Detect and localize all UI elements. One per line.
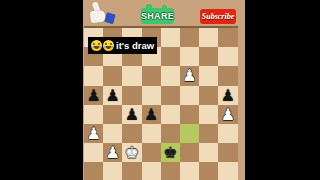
black-pawn: ♟ xyxy=(144,105,158,124)
board-square-h3[interactable] xyxy=(218,124,237,143)
board-square-e2[interactable]: ♚ xyxy=(161,143,180,162)
board-square-f5[interactable] xyxy=(180,86,199,105)
white-king: ♚ xyxy=(125,143,139,162)
board-square-a1[interactable] xyxy=(84,162,103,180)
black-king: ♚ xyxy=(163,143,177,162)
board-square-d2[interactable] xyxy=(142,143,161,162)
caption-overlay: it's draw xyxy=(88,37,157,54)
board-square-f1[interactable] xyxy=(180,162,199,180)
board-square-b4[interactable] xyxy=(103,105,122,124)
board-square-g3[interactable] xyxy=(199,124,218,143)
board-square-a3[interactable]: ♟ xyxy=(84,124,103,143)
subscribe-button[interactable]: Subscribe xyxy=(200,9,236,24)
white-pawn: ♟ xyxy=(106,143,120,162)
caption-text: it's draw xyxy=(116,40,154,51)
video-frame: SHARE Subscribe it's draw ♟♟♟♟♟♟♟♟♟♚♚ xyxy=(0,0,320,180)
board-square-g4[interactable] xyxy=(199,105,218,124)
black-pawn: ♟ xyxy=(86,86,100,105)
board-square-f4[interactable] xyxy=(180,105,199,124)
board-square-h1[interactable] xyxy=(218,162,237,180)
board-square-h6[interactable] xyxy=(218,66,237,85)
thumbs-up-sleeve xyxy=(104,12,115,24)
board-square-a5[interactable]: ♟ xyxy=(84,86,103,105)
crying-emoji xyxy=(91,40,102,51)
board-square-f2[interactable] xyxy=(180,143,199,162)
board-square-g1[interactable] xyxy=(199,162,218,180)
white-pawn: ♟ xyxy=(221,105,235,124)
board-square-g2[interactable] xyxy=(199,143,218,162)
crying-emoji xyxy=(103,40,114,51)
board-square-g6[interactable] xyxy=(199,66,218,85)
board-square-b3[interactable] xyxy=(103,124,122,143)
board-square-c6[interactable] xyxy=(122,66,141,85)
board-square-g5[interactable] xyxy=(199,86,218,105)
board-square-h7[interactable] xyxy=(218,47,237,66)
board-square-f6[interactable]: ♟ xyxy=(180,66,199,85)
board-square-b1[interactable] xyxy=(103,162,122,180)
black-pawn: ♟ xyxy=(106,86,120,105)
board-square-d6[interactable] xyxy=(142,66,161,85)
board-square-d5[interactable] xyxy=(142,86,161,105)
board-square-c2[interactable]: ♚ xyxy=(122,143,141,162)
board-square-e8[interactable] xyxy=(161,28,180,47)
board-square-d1[interactable] xyxy=(142,162,161,180)
board-square-c4[interactable]: ♟ xyxy=(122,105,141,124)
board-square-c3[interactable] xyxy=(122,124,141,143)
board-square-g8[interactable] xyxy=(199,28,218,47)
board-square-h2[interactable] xyxy=(218,143,237,162)
black-pawn: ♟ xyxy=(221,86,235,105)
board-square-c1[interactable] xyxy=(122,162,141,180)
board-square-c5[interactable] xyxy=(122,86,141,105)
board-square-h4[interactable]: ♟ xyxy=(218,105,237,124)
black-pawn: ♟ xyxy=(125,105,139,124)
board-square-f3[interactable] xyxy=(180,124,199,143)
caption-emojis xyxy=(91,40,115,51)
board-square-d4[interactable]: ♟ xyxy=(142,105,161,124)
board-square-f7[interactable] xyxy=(180,47,199,66)
board-square-e1[interactable] xyxy=(161,162,180,180)
board-square-e5[interactable] xyxy=(161,86,180,105)
share-button[interactable]: SHARE xyxy=(141,8,174,24)
board-square-g7[interactable] xyxy=(199,47,218,66)
board-square-b5[interactable]: ♟ xyxy=(103,86,122,105)
board-square-h8[interactable] xyxy=(218,28,237,47)
board-square-a2[interactable] xyxy=(84,143,103,162)
white-pawn: ♟ xyxy=(182,66,196,85)
board-square-a6[interactable] xyxy=(84,66,103,85)
board-square-h5[interactable]: ♟ xyxy=(218,86,237,105)
board-square-d3[interactable] xyxy=(142,124,161,143)
board-square-e6[interactable] xyxy=(161,66,180,85)
thumbs-up-icon[interactable] xyxy=(88,1,117,28)
board-square-e4[interactable] xyxy=(161,105,180,124)
video-content-area: SHARE Subscribe it's draw ♟♟♟♟♟♟♟♟♟♚♚ xyxy=(83,0,245,180)
board-square-a4[interactable] xyxy=(84,105,103,124)
board-square-b6[interactable] xyxy=(103,66,122,85)
board-square-e7[interactable] xyxy=(161,47,180,66)
white-pawn: ♟ xyxy=(86,124,100,143)
board-square-b2[interactable]: ♟ xyxy=(103,143,122,162)
board-square-f8[interactable] xyxy=(180,28,199,47)
board-square-e3[interactable] xyxy=(161,124,180,143)
